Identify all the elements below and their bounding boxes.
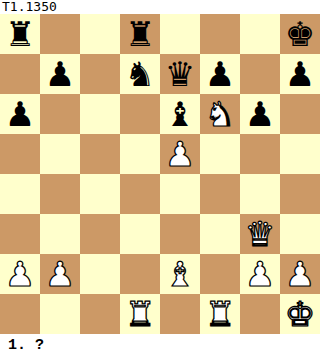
piece-black-king[interactable]: ♚ [285, 14, 315, 54]
square-c7[interactable] [80, 54, 120, 94]
square-b7[interactable]: ♟ [40, 54, 80, 94]
square-h1[interactable]: ♚ [280, 294, 320, 334]
square-e1[interactable] [160, 294, 200, 334]
piece-white-queen[interactable]: ♛ [245, 214, 275, 254]
piece-white-knight[interactable]: ♞ [205, 94, 235, 134]
square-a2[interactable]: ♟ [0, 254, 40, 294]
square-g3[interactable]: ♛ [240, 214, 280, 254]
square-d8[interactable]: ♜ [120, 14, 160, 54]
square-h7[interactable]: ♟ [280, 54, 320, 94]
square-d1[interactable]: ♜ [120, 294, 160, 334]
square-b1[interactable] [40, 294, 80, 334]
square-a3[interactable] [0, 214, 40, 254]
square-e3[interactable] [160, 214, 200, 254]
square-g6[interactable]: ♟ [240, 94, 280, 134]
square-g7[interactable] [240, 54, 280, 94]
square-d2[interactable] [120, 254, 160, 294]
square-c1[interactable] [80, 294, 120, 334]
piece-white-pawn[interactable]: ♟ [45, 254, 75, 294]
square-c4[interactable] [80, 174, 120, 214]
square-c6[interactable] [80, 94, 120, 134]
square-f2[interactable] [200, 254, 240, 294]
piece-white-pawn[interactable]: ♟ [5, 254, 35, 294]
square-e4[interactable] [160, 174, 200, 214]
square-a4[interactable] [0, 174, 40, 214]
square-e7[interactable]: ♛ [160, 54, 200, 94]
square-a1[interactable] [0, 294, 40, 334]
square-e6[interactable]: ♝ [160, 94, 200, 134]
square-d3[interactable] [120, 214, 160, 254]
piece-black-rook[interactable]: ♜ [5, 14, 35, 54]
piece-white-king[interactable]: ♚ [285, 294, 315, 334]
square-b3[interactable] [40, 214, 80, 254]
square-b4[interactable] [40, 174, 80, 214]
square-g8[interactable] [240, 14, 280, 54]
tactics-trainer-window: T1.1350 ♜♜♚♟♞♛♟♟♟♝♞♟♟♛♟♟♝♟♟♜♜♚ 1. ? [0, 0, 320, 360]
square-h2[interactable]: ♟ [280, 254, 320, 294]
square-f1[interactable]: ♜ [200, 294, 240, 334]
piece-black-pawn[interactable]: ♟ [5, 94, 35, 134]
square-f4[interactable] [200, 174, 240, 214]
square-b6[interactable] [40, 94, 80, 134]
square-h4[interactable] [280, 174, 320, 214]
square-b5[interactable] [40, 134, 80, 174]
piece-white-pawn[interactable]: ♟ [285, 254, 315, 294]
square-e8[interactable] [160, 14, 200, 54]
piece-black-queen[interactable]: ♛ [165, 54, 195, 94]
square-d5[interactable] [120, 134, 160, 174]
square-h6[interactable] [280, 94, 320, 134]
piece-black-knight[interactable]: ♞ [125, 54, 155, 94]
puzzle-id-label: T1.1350 [0, 0, 320, 14]
square-g2[interactable]: ♟ [240, 254, 280, 294]
square-b8[interactable] [40, 14, 80, 54]
piece-black-rook[interactable]: ♜ [125, 14, 155, 54]
square-h8[interactable]: ♚ [280, 14, 320, 54]
square-c2[interactable] [80, 254, 120, 294]
square-e2[interactable]: ♝ [160, 254, 200, 294]
square-f3[interactable] [200, 214, 240, 254]
piece-black-pawn[interactable]: ♟ [205, 54, 235, 94]
square-c8[interactable] [80, 14, 120, 54]
piece-white-rook[interactable]: ♜ [125, 294, 155, 334]
square-g5[interactable] [240, 134, 280, 174]
square-f8[interactable] [200, 14, 240, 54]
square-a5[interactable] [0, 134, 40, 174]
square-c5[interactable] [80, 134, 120, 174]
move-prompt: 1. ? [0, 334, 320, 360]
chess-board: ♜♜♚♟♞♛♟♟♟♝♞♟♟♛♟♟♝♟♟♜♜♚ [0, 14, 320, 334]
square-a7[interactable] [0, 54, 40, 94]
piece-black-pawn[interactable]: ♟ [45, 54, 75, 94]
square-d7[interactable]: ♞ [120, 54, 160, 94]
square-f6[interactable]: ♞ [200, 94, 240, 134]
square-h5[interactable] [280, 134, 320, 174]
piece-black-pawn[interactable]: ♟ [245, 94, 275, 134]
square-f5[interactable] [200, 134, 240, 174]
square-d4[interactable] [120, 174, 160, 214]
piece-white-bishop[interactable]: ♝ [165, 254, 195, 294]
square-c3[interactable] [80, 214, 120, 254]
piece-white-rook[interactable]: ♜ [205, 294, 235, 334]
square-g4[interactable] [240, 174, 280, 214]
piece-white-pawn[interactable]: ♟ [245, 254, 275, 294]
piece-black-bishop[interactable]: ♝ [165, 94, 195, 134]
square-g1[interactable] [240, 294, 280, 334]
piece-black-pawn[interactable]: ♟ [285, 54, 315, 94]
square-h3[interactable] [280, 214, 320, 254]
piece-white-pawn[interactable]: ♟ [165, 134, 195, 174]
square-a6[interactable]: ♟ [0, 94, 40, 134]
square-a8[interactable]: ♜ [0, 14, 40, 54]
square-b2[interactable]: ♟ [40, 254, 80, 294]
square-d6[interactable] [120, 94, 160, 134]
square-f7[interactable]: ♟ [200, 54, 240, 94]
square-e5[interactable]: ♟ [160, 134, 200, 174]
